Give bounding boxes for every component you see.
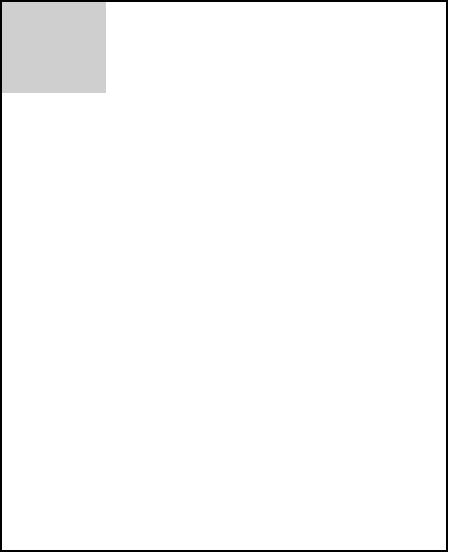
left-clues	[2, 95, 106, 550]
top-clues	[108, 2, 446, 93]
puzzle-grid	[108, 95, 446, 550]
nonogram-board	[0, 0, 448, 552]
nonogram-page	[0, 0, 456, 556]
corner-watermark	[2, 2, 106, 93]
